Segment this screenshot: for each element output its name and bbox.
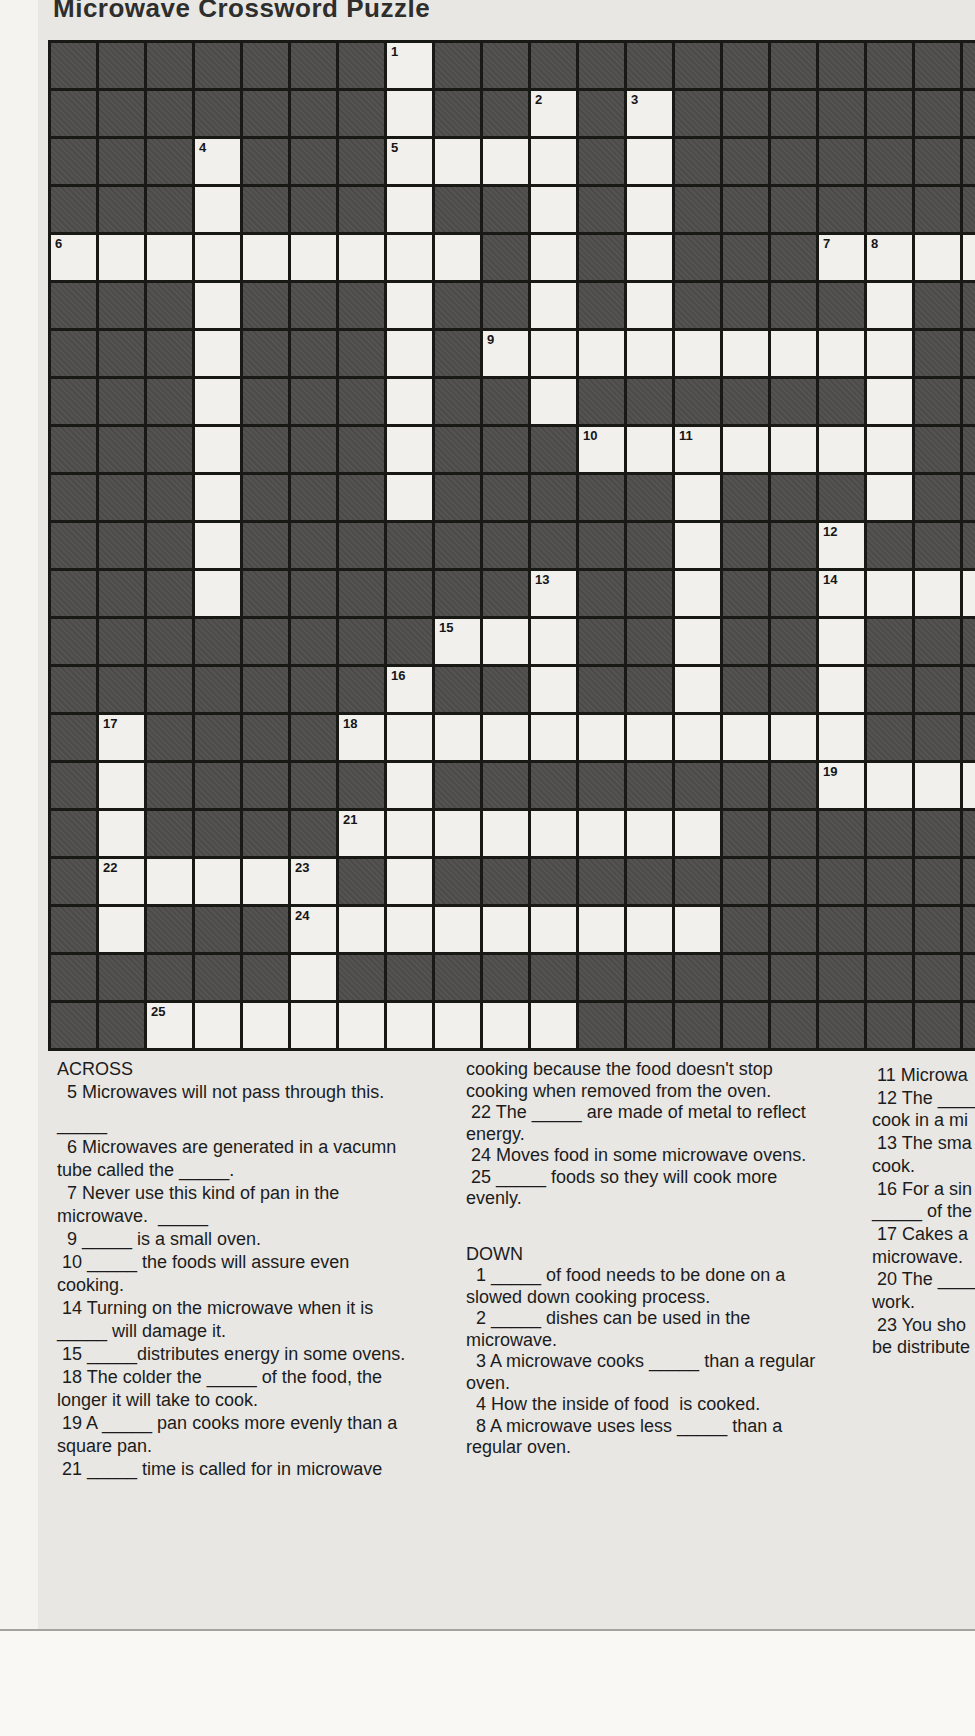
clue-line: 13 The sma — [872, 1132, 975, 1155]
grid-cell-block — [483, 763, 528, 808]
grid-cell-block — [195, 811, 240, 856]
grid-cell-block — [291, 811, 336, 856]
grid-cell-block — [435, 43, 480, 88]
grid-cell-block — [291, 139, 336, 184]
grid-cell-block — [915, 91, 960, 136]
grid-cell-block — [147, 139, 192, 184]
grid-cell-open[interactable] — [195, 379, 240, 424]
clue-line: 4 How the inside of food is cooked. — [466, 1394, 966, 1416]
grid-cell-open[interactable] — [291, 955, 336, 1000]
grid-cell-block — [291, 475, 336, 520]
clue-line: 19 A _____ pan cooks more evenly than a — [57, 1412, 457, 1435]
grid-cell-block — [99, 427, 144, 472]
grid-cell-open[interactable] — [627, 187, 672, 232]
clue-number: 1 — [391, 44, 398, 60]
grid-cell-open[interactable] — [195, 187, 240, 232]
clue-line: be distribute — [872, 1336, 975, 1359]
grid-cell-open[interactable] — [963, 571, 975, 616]
grid-cell-block — [819, 955, 864, 1000]
grid-cell-open[interactable]: 21 — [339, 811, 384, 856]
grid-cell-block — [195, 91, 240, 136]
grid-cell-block — [51, 283, 96, 328]
grid-cell-block — [243, 283, 288, 328]
clue-line: oven. — [466, 1373, 966, 1395]
grid-cell-open[interactable]: 4 — [195, 139, 240, 184]
grid-cell-block — [579, 955, 624, 1000]
grid-cell-open[interactable] — [531, 667, 576, 712]
grid-cell-block — [339, 523, 384, 568]
grid-cell-open[interactable] — [723, 331, 768, 376]
grid-cell-block — [291, 571, 336, 616]
grid-cell-open[interactable] — [195, 523, 240, 568]
grid-cell-open[interactable] — [483, 1003, 528, 1048]
grid-cell-block — [915, 523, 960, 568]
grid-cell-open[interactable]: 3 — [627, 91, 672, 136]
grid-cell-block — [339, 859, 384, 904]
grid-cell-open[interactable] — [963, 763, 975, 808]
clue-number: 8 — [871, 236, 878, 252]
grid-cell-block — [579, 139, 624, 184]
grid-cell-open[interactable] — [99, 811, 144, 856]
grid-cell-open[interactable] — [867, 475, 912, 520]
grid-cell-open[interactable] — [531, 187, 576, 232]
grid-cell-block — [99, 523, 144, 568]
grid-cell-block — [963, 523, 975, 568]
grid-cell-open[interactable] — [387, 475, 432, 520]
grid-cell-open[interactable] — [483, 907, 528, 952]
grid-cell-open[interactable] — [531, 139, 576, 184]
grid-cell-open[interactable]: 25 — [147, 1003, 192, 1048]
clue-number: 10 — [583, 428, 597, 444]
grid-cell-open[interactable] — [339, 1003, 384, 1048]
grid-cell-block — [771, 523, 816, 568]
grid-cell-block — [579, 187, 624, 232]
grid-cell-open[interactable] — [531, 379, 576, 424]
grid-cell-open[interactable] — [147, 859, 192, 904]
grid-cell-open[interactable] — [627, 907, 672, 952]
grid-cell-block — [867, 1003, 912, 1048]
grid-cell-open[interactable]: 22 — [99, 859, 144, 904]
grid-cell-open[interactable] — [387, 907, 432, 952]
grid-cell-open[interactable] — [483, 811, 528, 856]
clue-line: _____ will damage it. — [57, 1320, 457, 1343]
grid-cell-block — [915, 475, 960, 520]
crossword-grid: 123456789101112131415161718192122232425 — [48, 40, 975, 1051]
grid-cell-block — [627, 379, 672, 424]
grid-cell-block — [339, 667, 384, 712]
grid-cell-block — [51, 139, 96, 184]
grid-cell-open[interactable] — [675, 571, 720, 616]
clue-line: longer it will take to cook. — [57, 1389, 457, 1412]
grid-cell-open[interactable] — [435, 811, 480, 856]
clue-line: 12 The _____ — [872, 1087, 975, 1110]
grid-cell-block — [579, 619, 624, 664]
grid-cell-open[interactable] — [387, 187, 432, 232]
grid-cell-block — [723, 187, 768, 232]
grid-cell-open[interactable] — [723, 427, 768, 472]
grid-cell-open[interactable] — [387, 1003, 432, 1048]
grid-cell-open[interactable] — [675, 715, 720, 760]
grid-cell-open[interactable] — [867, 331, 912, 376]
grid-cell-open[interactable]: 15 — [435, 619, 480, 664]
clue-line: cook in a mi — [872, 1109, 975, 1132]
grid-cell-open[interactable]: 6 — [51, 235, 96, 280]
grid-cell-open[interactable] — [579, 907, 624, 952]
grid-cell-block — [99, 331, 144, 376]
grid-cell-block — [99, 667, 144, 712]
clue-number: 11 — [679, 428, 693, 444]
grid-cell-open[interactable] — [387, 283, 432, 328]
grid-cell-open[interactable] — [195, 1003, 240, 1048]
grid-cell-open[interactable] — [579, 811, 624, 856]
grid-cell-block — [243, 475, 288, 520]
grid-cell-open[interactable] — [291, 235, 336, 280]
grid-cell-block — [819, 91, 864, 136]
clue-line: 9 _____ is a small oven. — [57, 1228, 457, 1251]
grid-cell-open[interactable] — [291, 1003, 336, 1048]
grid-cell-open[interactable] — [867, 379, 912, 424]
grid-cell-open[interactable]: 14 — [819, 571, 864, 616]
grid-cell-open[interactable] — [675, 523, 720, 568]
grid-cell-open[interactable] — [579, 331, 624, 376]
grid-cell-block — [99, 283, 144, 328]
grid-cell-block — [291, 331, 336, 376]
grid-cell-block — [483, 955, 528, 1000]
grid-cell-open[interactable] — [627, 139, 672, 184]
grid-cell-open[interactable] — [819, 331, 864, 376]
grid-cell-open[interactable] — [627, 283, 672, 328]
grid-cell-open[interactable] — [675, 811, 720, 856]
grid-cell-open[interactable] — [771, 715, 816, 760]
grid-cell-block — [435, 763, 480, 808]
grid-cell-block — [291, 619, 336, 664]
grid-cell-open[interactable] — [195, 235, 240, 280]
grid-cell-block — [243, 523, 288, 568]
grid-cell-open[interactable]: 17 — [99, 715, 144, 760]
clue-line: microwave. _____ — [57, 1205, 457, 1228]
clue-line: 8 A microwave uses less _____ than a — [466, 1416, 966, 1438]
grid-cell-block — [867, 907, 912, 952]
grid-cell-block — [867, 667, 912, 712]
clue-number: 5 — [391, 140, 398, 156]
grid-cell-block — [867, 187, 912, 232]
grid-cell-open[interactable] — [627, 811, 672, 856]
grid-cell-open[interactable] — [915, 571, 960, 616]
grid-cell-block — [723, 475, 768, 520]
grid-cell-open[interactable] — [531, 619, 576, 664]
grid-cell-block — [291, 763, 336, 808]
grid-cell-open[interactable] — [627, 427, 672, 472]
grid-cell-open[interactable]: 9 — [483, 331, 528, 376]
clue-number: 3 — [631, 92, 638, 108]
grid-cell-block — [963, 1003, 975, 1048]
grid-cell-open[interactable] — [243, 859, 288, 904]
grid-cell-block — [915, 427, 960, 472]
grid-cell-block — [771, 763, 816, 808]
grid-cell-block — [483, 859, 528, 904]
grid-cell-block — [723, 379, 768, 424]
grid-cell-block — [51, 187, 96, 232]
grid-cell-open[interactable]: 23 — [291, 859, 336, 904]
clue-number: 17 — [103, 716, 117, 732]
grid-cell-open[interactable] — [867, 427, 912, 472]
grid-cell-block — [147, 715, 192, 760]
grid-cell-block — [339, 427, 384, 472]
grid-cell-open[interactable]: 2 — [531, 91, 576, 136]
grid-cell-block — [51, 427, 96, 472]
grid-cell-open[interactable]: 12 — [819, 523, 864, 568]
grid-cell-block — [723, 1003, 768, 1048]
grid-cell-open[interactable] — [387, 763, 432, 808]
grid-cell-block — [243, 187, 288, 232]
grid-cell-open[interactable] — [195, 331, 240, 376]
grid-cell-block — [435, 331, 480, 376]
grid-cell-open[interactable] — [531, 907, 576, 952]
grid-cell-block — [915, 1003, 960, 1048]
grid-cell-block — [579, 571, 624, 616]
grid-cell-block — [819, 379, 864, 424]
clue-section-header: ACROSS — [57, 1058, 457, 1081]
grid-cell-block — [291, 43, 336, 88]
grid-cell-open[interactable] — [771, 427, 816, 472]
grid-cell-open[interactable] — [819, 619, 864, 664]
grid-cell-block — [51, 331, 96, 376]
grid-cell-block — [51, 43, 96, 88]
clue-line: 20 The ____ — [872, 1268, 975, 1291]
grid-cell-open[interactable] — [147, 235, 192, 280]
grid-cell-block — [915, 907, 960, 952]
grid-cell-block — [147, 187, 192, 232]
grid-cell-open[interactable] — [627, 715, 672, 760]
grid-cell-open[interactable] — [435, 235, 480, 280]
clue-line: 23 You sho — [872, 1314, 975, 1337]
grid-cell-open[interactable] — [627, 331, 672, 376]
clue-number: 14 — [823, 572, 837, 588]
grid-cell-block — [627, 763, 672, 808]
grid-cell-open[interactable] — [483, 619, 528, 664]
grid-cell-open[interactable] — [675, 907, 720, 952]
grid-cell-block — [675, 283, 720, 328]
grid-cell-block — [195, 667, 240, 712]
grid-cell-block — [99, 1003, 144, 1048]
grid-cell-open[interactable] — [387, 859, 432, 904]
grid-cell-block — [435, 379, 480, 424]
grid-cell-open[interactable] — [195, 859, 240, 904]
clue-number: 15 — [439, 620, 453, 636]
grid-cell-open[interactable] — [435, 139, 480, 184]
grid-cell-open[interactable] — [387, 811, 432, 856]
grid-cell-open[interactable] — [387, 331, 432, 376]
clues-right-column-clipped: 11 Microwa 12 The _____cook in a mi 13 T… — [872, 1064, 975, 1359]
grid-cell-open[interactable] — [915, 763, 960, 808]
grid-cell-block — [483, 523, 528, 568]
grid-cell-open[interactable] — [483, 139, 528, 184]
grid-cell-block — [243, 139, 288, 184]
clue-line: 11 Microwa — [872, 1064, 975, 1087]
clue-line: work. — [872, 1291, 975, 1314]
grid-cell-open[interactable] — [819, 427, 864, 472]
grid-cell-open[interactable]: 10 — [579, 427, 624, 472]
grid-cell-block — [963, 811, 975, 856]
grid-cell-block — [675, 379, 720, 424]
grid-cell-open[interactable]: 13 — [531, 571, 576, 616]
grid-cell-block — [147, 91, 192, 136]
grid-cell-block — [147, 379, 192, 424]
grid-cell-open[interactable] — [579, 715, 624, 760]
grid-cell-open[interactable]: 1 — [387, 43, 432, 88]
grid-cell-block — [915, 187, 960, 232]
grid-cell-open[interactable] — [867, 283, 912, 328]
grid-cell-open[interactable] — [387, 91, 432, 136]
clue-number: 4 — [199, 140, 206, 156]
grid-cell-open[interactable] — [387, 715, 432, 760]
grid-cell-open[interactable] — [819, 715, 864, 760]
grid-cell-open[interactable]: 18 — [339, 715, 384, 760]
grid-cell-open[interactable] — [339, 907, 384, 952]
grid-cell-open[interactable] — [867, 571, 912, 616]
grid-cell-open[interactable] — [531, 715, 576, 760]
grid-cell-open[interactable]: 24 — [291, 907, 336, 952]
grid-cell-open[interactable] — [435, 715, 480, 760]
grid-cell-open[interactable] — [723, 715, 768, 760]
grid-cell-open[interactable] — [99, 235, 144, 280]
grid-cell-block — [579, 859, 624, 904]
clue-line: tube called the _____. — [57, 1159, 457, 1182]
clue-line: 16 For a sin — [872, 1178, 975, 1201]
grid-cell-block — [483, 667, 528, 712]
grid-cell-open[interactable] — [531, 283, 576, 328]
grid-cell-open[interactable] — [531, 331, 576, 376]
grid-cell-block — [771, 283, 816, 328]
grid-cell-open[interactable] — [195, 571, 240, 616]
grid-cell-block — [51, 475, 96, 520]
grid-cell-open[interactable] — [243, 1003, 288, 1048]
grid-cell-open[interactable]: 8 — [867, 235, 912, 280]
grid-cell-block — [819, 43, 864, 88]
grid-cell-open[interactable] — [195, 283, 240, 328]
grid-cell-block — [963, 619, 975, 664]
grid-cell-open[interactable] — [387, 379, 432, 424]
grid-cell-block — [243, 715, 288, 760]
grid-cell-block — [915, 43, 960, 88]
grid-cell-block — [771, 43, 816, 88]
grid-cell-open[interactable]: 16 — [387, 667, 432, 712]
grid-cell-open[interactable] — [195, 475, 240, 520]
grid-cell-block — [339, 955, 384, 1000]
grid-cell-block — [867, 715, 912, 760]
clue-line: cooking. — [57, 1274, 457, 1297]
clue-line: 17 Cakes a — [872, 1223, 975, 1246]
grid-cell-block — [147, 475, 192, 520]
grid-cell-block — [243, 91, 288, 136]
grid-cell-block — [51, 667, 96, 712]
grid-cell-open[interactable] — [387, 235, 432, 280]
grid-cell-block — [771, 571, 816, 616]
grid-cell-block — [339, 475, 384, 520]
grid-cell-block — [723, 235, 768, 280]
grid-cell-block — [771, 187, 816, 232]
grid-cell-block — [51, 379, 96, 424]
grid-cell-block — [771, 235, 816, 280]
grid-cell-open[interactable] — [627, 235, 672, 280]
grid-cell-open[interactable] — [675, 667, 720, 712]
page-left-margin — [0, 0, 38, 1630]
grid-cell-open[interactable] — [675, 475, 720, 520]
grid-cell-block — [243, 379, 288, 424]
grid-cell-block — [435, 475, 480, 520]
grid-cell-block — [675, 139, 720, 184]
clue-line: 14 Turning on the microwave when it is — [57, 1297, 457, 1320]
clue-line: 18 The colder the _____ of the food, the — [57, 1366, 457, 1389]
clue-spacer — [57, 1104, 457, 1113]
grid-cell-open[interactable] — [435, 907, 480, 952]
grid-cell-block — [867, 619, 912, 664]
grid-cell-open[interactable] — [99, 907, 144, 952]
grid-cell-open[interactable] — [483, 715, 528, 760]
grid-cell-open[interactable] — [195, 427, 240, 472]
grid-cell-open[interactable] — [675, 619, 720, 664]
grid-cell-block — [867, 955, 912, 1000]
grid-cell-block — [675, 955, 720, 1000]
grid-cell-block — [51, 811, 96, 856]
clue-number: 22 — [103, 860, 117, 876]
grid-cell-block — [339, 91, 384, 136]
grid-cell-block — [291, 91, 336, 136]
grid-cell-open[interactable]: 5 — [387, 139, 432, 184]
grid-cell-block — [531, 859, 576, 904]
grid-cell-block — [963, 427, 975, 472]
grid-cell-open[interactable] — [531, 1003, 576, 1048]
clue-line: 15 _____distributes energy in some ovens… — [57, 1343, 457, 1366]
grid-cell-block — [243, 811, 288, 856]
grid-cell-open[interactable] — [531, 811, 576, 856]
grid-cell-block — [723, 907, 768, 952]
grid-cell-block — [195, 907, 240, 952]
grid-cell-block — [867, 859, 912, 904]
grid-cell-open[interactable] — [867, 763, 912, 808]
grid-cell-open[interactable]: 7 — [819, 235, 864, 280]
grid-cell-open[interactable]: 19 — [819, 763, 864, 808]
grid-cell-open[interactable] — [99, 763, 144, 808]
grid-cell-open[interactable] — [339, 235, 384, 280]
grid-cell-block — [51, 571, 96, 616]
grid-cell-block — [99, 475, 144, 520]
grid-cell-open[interactable] — [819, 667, 864, 712]
grid-cell-block — [771, 955, 816, 1000]
grid-cell-block — [339, 331, 384, 376]
grid-cell-open[interactable] — [243, 235, 288, 280]
grid-cell-open[interactable] — [531, 235, 576, 280]
grid-cell-block — [723, 91, 768, 136]
clue-line: square pan. — [57, 1435, 457, 1458]
grid-cell-block — [579, 235, 624, 280]
grid-cell-block — [387, 571, 432, 616]
grid-cell-open[interactable] — [771, 331, 816, 376]
grid-cell-open[interactable] — [387, 427, 432, 472]
grid-cell-block — [387, 619, 432, 664]
grid-cell-block — [291, 715, 336, 760]
grid-cell-open[interactable]: 11 — [675, 427, 720, 472]
grid-cell-open[interactable] — [435, 1003, 480, 1048]
grid-cell-block — [579, 43, 624, 88]
grid-cell-open[interactable] — [675, 331, 720, 376]
grid-cell-block — [435, 427, 480, 472]
grid-cell-block — [963, 187, 975, 232]
grid-cell-open[interactable] — [963, 235, 975, 280]
grid-cell-open[interactable] — [915, 235, 960, 280]
grid-cell-block — [387, 523, 432, 568]
clues-across-column: ACROSS 5 Microwaves will not pass throug… — [57, 1058, 457, 1481]
